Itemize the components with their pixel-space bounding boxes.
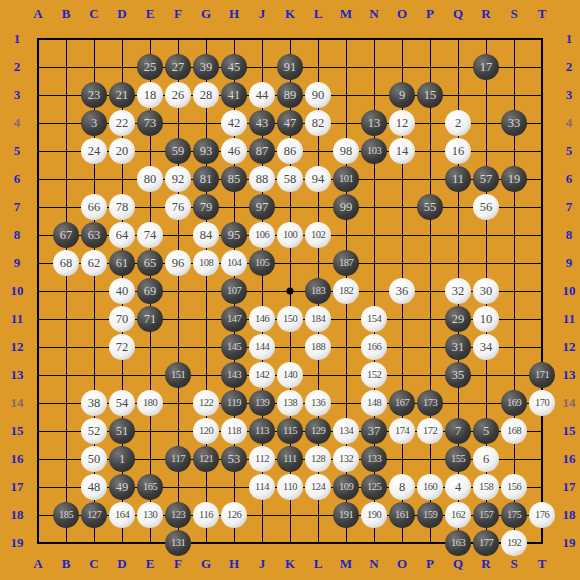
move-number: 97	[256, 201, 269, 214]
row-label-left-6: 6	[14, 171, 21, 187]
stone-black-N17: 125	[361, 474, 387, 500]
move-number: 54	[116, 397, 129, 410]
col-label-top-O: O	[397, 6, 407, 22]
stone-white-N11: 154	[361, 306, 387, 332]
stone-white-O10: 36	[389, 278, 415, 304]
move-number: 45	[228, 61, 241, 74]
stone-white-D4: 22	[109, 110, 135, 136]
stone-white-C16: 50	[81, 446, 107, 472]
stone-white-C7: 66	[81, 194, 107, 220]
stone-white-N14: 148	[361, 390, 387, 416]
star-point-K10	[287, 288, 294, 295]
move-number: 171	[535, 370, 549, 381]
col-label-bottom-N: N	[369, 556, 378, 572]
stone-black-O14: 167	[389, 390, 415, 416]
stone-white-J16: 112	[249, 446, 275, 472]
stone-white-M15: 134	[333, 418, 359, 444]
col-label-top-T: T	[538, 6, 547, 22]
row-label-right-10: 10	[563, 283, 576, 299]
stone-black-E17: 165	[137, 474, 163, 500]
stone-black-S4: 33	[501, 110, 527, 136]
col-label-top-D: D	[117, 6, 126, 22]
move-number: 4	[455, 481, 461, 494]
move-number: 30	[480, 285, 493, 298]
stone-white-C5: 24	[81, 138, 107, 164]
stone-black-K3: 89	[277, 82, 303, 108]
move-number: 20	[116, 145, 129, 158]
col-label-bottom-H: H	[229, 556, 239, 572]
stone-white-J11: 146	[249, 306, 275, 332]
move-number: 38	[88, 397, 101, 410]
stone-white-C14: 38	[81, 390, 107, 416]
move-number: 151	[171, 370, 185, 381]
move-number: 108	[199, 258, 213, 269]
move-number: 132	[339, 454, 353, 465]
stone-black-N16: 133	[361, 446, 387, 472]
move-number: 93	[200, 145, 213, 158]
stone-black-C4: 3	[81, 110, 107, 136]
stone-white-R11: 10	[473, 306, 499, 332]
move-number: 140	[283, 370, 297, 381]
col-label-top-G: G	[201, 6, 211, 22]
move-number: 49	[116, 481, 129, 494]
row-label-right-4: 4	[566, 115, 573, 131]
move-number: 88	[256, 173, 269, 186]
col-label-top-M: M	[340, 6, 352, 22]
stone-white-F7: 76	[165, 194, 191, 220]
col-label-bottom-S: S	[510, 556, 517, 572]
move-number: 8	[399, 481, 405, 494]
move-number: 19	[508, 173, 521, 186]
move-number: 41	[228, 89, 241, 102]
stone-white-J3: 44	[249, 82, 275, 108]
stone-black-G16: 121	[193, 446, 219, 472]
stone-black-H8: 95	[221, 222, 247, 248]
move-number: 96	[172, 257, 185, 270]
col-label-bottom-K: K	[285, 556, 295, 572]
move-number: 150	[283, 314, 297, 325]
move-number: 130	[143, 510, 157, 521]
row-label-left-9: 9	[14, 255, 21, 271]
move-number: 118	[227, 426, 241, 437]
stone-white-F9: 96	[165, 250, 191, 276]
stone-white-P17: 160	[417, 474, 443, 500]
row-label-right-3: 3	[566, 87, 573, 103]
col-label-bottom-P: P	[426, 556, 434, 572]
stone-black-F19: 131	[165, 530, 191, 556]
move-number: 123	[171, 510, 185, 521]
move-number: 48	[88, 481, 101, 494]
stone-white-E6: 80	[137, 166, 163, 192]
stone-white-D7: 78	[109, 194, 135, 220]
stone-black-L10: 183	[305, 278, 331, 304]
move-number: 161	[395, 510, 409, 521]
move-number: 73	[144, 117, 157, 130]
go-game-viewer: 2527394591172321182628414489909153227342…	[0, 0, 580, 580]
move-number: 104	[227, 258, 241, 269]
stone-white-Q10: 32	[445, 278, 471, 304]
move-number: 74	[144, 229, 157, 242]
move-number: 66	[88, 201, 101, 214]
move-number: 12	[396, 117, 409, 130]
move-number: 16	[452, 145, 465, 158]
stone-black-R18: 157	[473, 502, 499, 528]
col-label-bottom-C: C	[89, 556, 98, 572]
move-number: 5	[483, 425, 489, 438]
stone-white-D18: 164	[109, 502, 135, 528]
move-number: 53	[228, 453, 241, 466]
col-label-top-C: C	[89, 6, 98, 22]
stone-black-B18: 185	[53, 502, 79, 528]
stone-white-L17: 124	[305, 474, 331, 500]
col-label-top-N: N	[369, 6, 378, 22]
stone-black-P7: 55	[417, 194, 443, 220]
move-number: 27	[172, 61, 185, 74]
move-number: 51	[116, 425, 129, 438]
stone-black-D3: 21	[109, 82, 135, 108]
stone-white-C17: 48	[81, 474, 107, 500]
stone-black-E4: 73	[137, 110, 163, 136]
stone-white-K6: 58	[277, 166, 303, 192]
stone-white-L3: 90	[305, 82, 331, 108]
move-number: 70	[116, 313, 129, 326]
stone-black-J9: 105	[249, 250, 275, 276]
move-number: 47	[284, 117, 297, 130]
move-number: 192	[507, 538, 521, 549]
row-label-left-8: 8	[14, 227, 21, 243]
col-label-top-P: P	[426, 6, 434, 22]
stone-black-D17: 49	[109, 474, 135, 500]
move-number: 10	[480, 313, 493, 326]
move-number: 14	[396, 145, 409, 158]
stone-black-F5: 59	[165, 138, 191, 164]
row-label-left-14: 14	[11, 395, 24, 411]
move-number: 50	[88, 453, 101, 466]
stone-black-M17: 109	[333, 474, 359, 500]
stone-black-Q15: 7	[445, 418, 471, 444]
stone-black-H12: 145	[221, 334, 247, 360]
stone-black-F18: 123	[165, 502, 191, 528]
stone-black-K4: 47	[277, 110, 303, 136]
stone-white-S15: 168	[501, 418, 527, 444]
col-label-bottom-G: G	[201, 556, 211, 572]
move-number: 22	[116, 117, 129, 130]
move-number: 39	[200, 61, 213, 74]
stone-black-H6: 85	[221, 166, 247, 192]
move-number: 154	[367, 314, 381, 325]
move-number: 169	[507, 398, 521, 409]
stone-black-J15: 113	[249, 418, 275, 444]
stone-black-C8: 63	[81, 222, 107, 248]
move-number: 107	[227, 286, 241, 297]
move-number: 157	[479, 510, 493, 521]
move-number: 44	[256, 89, 269, 102]
move-number: 89	[284, 89, 297, 102]
stone-black-C3: 23	[81, 82, 107, 108]
stone-white-R12: 34	[473, 334, 499, 360]
stone-black-F13: 151	[165, 362, 191, 388]
move-number: 127	[87, 510, 101, 521]
row-label-left-5: 5	[14, 143, 21, 159]
stone-white-O17: 8	[389, 474, 415, 500]
col-label-top-L: L	[314, 6, 323, 22]
col-label-bottom-J: J	[259, 556, 266, 572]
stone-white-F6: 92	[165, 166, 191, 192]
move-number: 114	[255, 482, 269, 493]
move-number: 40	[116, 285, 129, 298]
stone-black-F16: 117	[165, 446, 191, 472]
move-number: 160	[423, 482, 437, 493]
move-number: 99	[340, 201, 353, 214]
move-number: 101	[339, 174, 353, 185]
move-number: 106	[255, 230, 269, 241]
move-number: 17	[480, 61, 493, 74]
row-label-left-10: 10	[11, 283, 24, 299]
move-number: 166	[367, 342, 381, 353]
col-label-bottom-Q: Q	[453, 556, 463, 572]
move-number: 152	[367, 370, 381, 381]
stone-black-M18: 191	[333, 502, 359, 528]
row-label-right-14: 14	[563, 395, 576, 411]
move-number: 187	[339, 258, 353, 269]
row-label-right-1: 1	[566, 31, 573, 47]
stone-white-B9: 68	[53, 250, 79, 276]
move-number: 6	[483, 453, 489, 466]
stone-black-H14: 119	[221, 390, 247, 416]
move-number: 155	[451, 454, 465, 465]
stone-black-G7: 79	[193, 194, 219, 220]
stone-black-T13: 171	[529, 362, 555, 388]
stone-black-G5: 93	[193, 138, 219, 164]
stone-white-T14: 170	[529, 390, 555, 416]
col-label-bottom-B: B	[62, 556, 71, 572]
move-number: 184	[311, 314, 325, 325]
stone-black-P3: 15	[417, 82, 443, 108]
row-label-left-11: 11	[11, 311, 23, 327]
stone-white-E14: 180	[137, 390, 163, 416]
move-number: 174	[395, 426, 409, 437]
stone-white-L12: 188	[305, 334, 331, 360]
stone-black-R6: 57	[473, 166, 499, 192]
stone-white-R17: 158	[473, 474, 499, 500]
row-label-left-2: 2	[14, 59, 21, 75]
move-number: 168	[507, 426, 521, 437]
stone-black-H10: 107	[221, 278, 247, 304]
move-number: 110	[283, 482, 297, 493]
stone-white-G14: 122	[193, 390, 219, 416]
move-number: 55	[424, 201, 437, 214]
move-number: 190	[367, 510, 381, 521]
stone-black-B8: 67	[53, 222, 79, 248]
row-label-left-13: 13	[11, 367, 24, 383]
row-label-right-2: 2	[566, 59, 573, 75]
stone-white-R16: 6	[473, 446, 499, 472]
move-number: 165	[143, 482, 157, 493]
row-label-left-19: 19	[11, 535, 24, 551]
stone-white-P15: 172	[417, 418, 443, 444]
stone-black-M7: 99	[333, 194, 359, 220]
stone-black-S18: 175	[501, 502, 527, 528]
stone-white-Q17: 4	[445, 474, 471, 500]
move-number: 58	[284, 173, 297, 186]
stone-black-H13: 143	[221, 362, 247, 388]
move-number: 92	[172, 173, 185, 186]
stone-black-E11: 71	[137, 306, 163, 332]
move-number: 134	[339, 426, 353, 437]
move-number: 126	[227, 510, 241, 521]
stone-black-Q12: 31	[445, 334, 471, 360]
move-number: 156	[507, 482, 521, 493]
move-number: 29	[452, 313, 465, 326]
move-number: 86	[284, 145, 297, 158]
stone-white-R7: 56	[473, 194, 499, 220]
stone-black-Q19: 163	[445, 530, 471, 556]
move-number: 37	[368, 425, 381, 438]
stone-white-Q18: 162	[445, 502, 471, 528]
stone-black-R19: 177	[473, 530, 499, 556]
stone-white-S17: 156	[501, 474, 527, 500]
row-label-right-6: 6	[566, 171, 573, 187]
move-number: 159	[423, 510, 437, 521]
stone-white-M5: 98	[333, 138, 359, 164]
move-number: 122	[199, 398, 213, 409]
stone-white-S19: 192	[501, 530, 527, 556]
move-number: 138	[283, 398, 297, 409]
move-number: 131	[171, 538, 185, 549]
stone-black-Q16: 155	[445, 446, 471, 472]
move-number: 105	[255, 258, 269, 269]
stone-black-P14: 173	[417, 390, 443, 416]
move-number: 148	[367, 398, 381, 409]
stone-white-D11: 70	[109, 306, 135, 332]
move-number: 158	[479, 482, 493, 493]
stone-white-L6: 94	[305, 166, 331, 192]
move-number: 170	[535, 398, 549, 409]
move-number: 13	[368, 117, 381, 130]
stone-black-M9: 187	[333, 250, 359, 276]
stone-white-H18: 126	[221, 502, 247, 528]
stone-white-O5: 14	[389, 138, 415, 164]
stone-white-L8: 102	[305, 222, 331, 248]
col-label-top-K: K	[285, 6, 295, 22]
stone-black-N15: 37	[361, 418, 387, 444]
stone-white-E3: 18	[137, 82, 163, 108]
stone-black-D9: 61	[109, 250, 135, 276]
stone-white-N18: 190	[361, 502, 387, 528]
row-label-left-4: 4	[14, 115, 21, 131]
stone-black-J5: 87	[249, 138, 275, 164]
stone-black-D15: 51	[109, 418, 135, 444]
move-number: 125	[367, 482, 381, 493]
move-number: 28	[200, 89, 213, 102]
move-number: 52	[88, 425, 101, 438]
stone-white-J6: 88	[249, 166, 275, 192]
move-number: 136	[311, 398, 325, 409]
move-number: 9	[399, 89, 405, 102]
row-label-right-17: 17	[563, 479, 576, 495]
move-number: 119	[227, 398, 241, 409]
stone-black-N4: 13	[361, 110, 387, 136]
move-number: 46	[228, 145, 241, 158]
stone-white-M16: 132	[333, 446, 359, 472]
move-number: 116	[199, 510, 213, 521]
move-number: 175	[507, 510, 521, 521]
move-number: 87	[256, 145, 269, 158]
stone-black-R2: 17	[473, 54, 499, 80]
stone-white-G18: 116	[193, 502, 219, 528]
move-number: 65	[144, 257, 157, 270]
move-number: 177	[479, 538, 493, 549]
stone-black-F2: 27	[165, 54, 191, 80]
col-label-top-B: B	[62, 6, 71, 22]
row-label-right-18: 18	[563, 507, 576, 523]
move-number: 139	[255, 398, 269, 409]
move-number: 102	[311, 230, 325, 241]
move-number: 62	[88, 257, 101, 270]
row-label-right-13: 13	[563, 367, 576, 383]
stone-white-L16: 128	[305, 446, 331, 472]
stone-white-Q4: 2	[445, 110, 471, 136]
stone-white-K14: 138	[277, 390, 303, 416]
move-number: 115	[283, 426, 297, 437]
stone-white-G8: 84	[193, 222, 219, 248]
stone-white-E8: 74	[137, 222, 163, 248]
row-label-left-17: 17	[11, 479, 24, 495]
move-number: 82	[312, 117, 325, 130]
stone-black-Q6: 11	[445, 166, 471, 192]
stone-white-M10: 182	[333, 278, 359, 304]
stone-black-E2: 25	[137, 54, 163, 80]
row-label-left-16: 16	[11, 451, 24, 467]
move-number: 183	[311, 286, 325, 297]
move-number: 61	[116, 257, 129, 270]
row-label-right-12: 12	[563, 339, 576, 355]
stone-white-K5: 86	[277, 138, 303, 164]
col-label-bottom-A: A	[33, 556, 42, 572]
move-number: 1	[119, 453, 125, 466]
move-number: 188	[311, 342, 325, 353]
stone-white-H15: 118	[221, 418, 247, 444]
move-number: 24	[88, 145, 101, 158]
move-number: 147	[227, 314, 241, 325]
row-label-right-16: 16	[563, 451, 576, 467]
row-label-right-19: 19	[563, 535, 576, 551]
col-label-bottom-M: M	[340, 556, 352, 572]
move-number: 85	[228, 173, 241, 186]
stone-black-G6: 81	[193, 166, 219, 192]
stone-black-Q11: 29	[445, 306, 471, 332]
move-number: 84	[200, 229, 213, 242]
move-number: 164	[115, 510, 129, 521]
stone-black-H3: 41	[221, 82, 247, 108]
go-board[interactable]: 2527394591172321182628414489909153227342…	[0, 0, 580, 580]
stone-black-H11: 147	[221, 306, 247, 332]
stone-black-O3: 9	[389, 82, 415, 108]
move-number: 112	[255, 454, 269, 465]
move-number: 90	[312, 89, 325, 102]
move-number: 63	[88, 229, 101, 242]
move-number: 67	[60, 229, 73, 242]
move-number: 71	[144, 313, 157, 326]
move-number: 100	[283, 230, 297, 241]
move-number: 79	[200, 201, 213, 214]
move-number: 68	[60, 257, 73, 270]
col-label-bottom-L: L	[314, 556, 323, 572]
col-label-top-J: J	[259, 6, 266, 22]
move-number: 143	[227, 370, 241, 381]
move-number: 173	[423, 398, 437, 409]
move-number: 176	[535, 510, 549, 521]
